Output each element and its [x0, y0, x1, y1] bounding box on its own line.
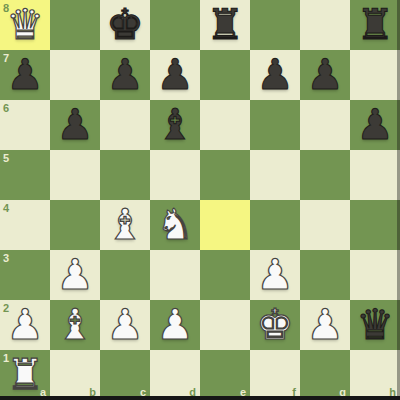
square-a4[interactable]: 4 — [0, 200, 50, 250]
square-h5[interactable] — [350, 150, 400, 200]
square-d5[interactable] — [150, 150, 200, 200]
square-f7[interactable]: ♟ — [250, 50, 300, 100]
square-h1[interactable]: h — [350, 350, 400, 400]
square-b2[interactable]: ♝ — [50, 300, 100, 350]
square-a8[interactable]: 8♛ — [0, 0, 50, 50]
square-e4[interactable] — [200, 200, 250, 250]
square-e8[interactable]: ♜ — [200, 0, 250, 50]
square-c2[interactable]: ♟ — [100, 300, 150, 350]
white-pawn-icon[interactable]: ♟ — [250, 250, 300, 300]
black-pawn-icon[interactable]: ♟ — [50, 100, 100, 150]
white-bishop-icon[interactable]: ♝ — [50, 300, 100, 350]
square-g8[interactable] — [300, 0, 350, 50]
square-h2[interactable]: ♛ — [350, 300, 400, 350]
square-d2[interactable]: ♟ — [150, 300, 200, 350]
square-c7[interactable]: ♟ — [100, 50, 150, 100]
square-d6[interactable]: ♝ — [150, 100, 200, 150]
square-e2[interactable] — [200, 300, 250, 350]
rank-label-1: 1 — [3, 352, 9, 364]
square-f1[interactable]: f — [250, 350, 300, 400]
square-f2[interactable]: ♚ — [250, 300, 300, 350]
black-rook-icon[interactable]: ♜ — [350, 0, 400, 50]
white-knight-icon[interactable]: ♞ — [150, 200, 200, 250]
square-d4[interactable]: ♞ — [150, 200, 200, 250]
square-h6[interactable]: ♟ — [350, 100, 400, 150]
square-b5[interactable] — [50, 150, 100, 200]
white-pawn-icon[interactable]: ♟ — [100, 300, 150, 350]
square-e3[interactable] — [200, 250, 250, 300]
square-e7[interactable] — [200, 50, 250, 100]
square-b7[interactable] — [50, 50, 100, 100]
black-pawn-icon[interactable]: ♟ — [250, 50, 300, 100]
square-c1[interactable]: c — [100, 350, 150, 400]
square-g1[interactable]: g — [300, 350, 350, 400]
square-c6[interactable] — [100, 100, 150, 150]
rank-label-8: 8 — [3, 2, 9, 14]
square-g6[interactable] — [300, 100, 350, 150]
black-pawn-icon[interactable]: ♟ — [100, 50, 150, 100]
chess-board-container: 8♛♚♜♜7♟♟♟♟♟6♟♝♟54♝♞3♟♟2♟♝♟♟♚♟♛1a♜bcdefgh — [0, 0, 400, 400]
square-b6[interactable]: ♟ — [50, 100, 100, 150]
bottom-edge-bar — [0, 396, 400, 400]
square-f5[interactable] — [250, 150, 300, 200]
square-d3[interactable] — [150, 250, 200, 300]
square-a5[interactable]: 5 — [0, 150, 50, 200]
white-king-icon[interactable]: ♚ — [250, 300, 300, 350]
rank-label-7: 7 — [3, 52, 9, 64]
square-h8[interactable]: ♜ — [350, 0, 400, 50]
square-e6[interactable] — [200, 100, 250, 150]
rank-label-3: 3 — [3, 252, 9, 264]
square-a2[interactable]: 2♟ — [0, 300, 50, 350]
square-f3[interactable]: ♟ — [250, 250, 300, 300]
square-c3[interactable] — [100, 250, 150, 300]
black-pawn-icon[interactable]: ♟ — [300, 50, 350, 100]
rank-label-2: 2 — [3, 302, 9, 314]
square-c4[interactable]: ♝ — [100, 200, 150, 250]
black-bishop-icon[interactable]: ♝ — [150, 100, 200, 150]
square-e5[interactable] — [200, 150, 250, 200]
square-c8[interactable]: ♚ — [100, 0, 150, 50]
square-b8[interactable] — [50, 0, 100, 50]
square-g4[interactable] — [300, 200, 350, 250]
square-d1[interactable]: d — [150, 350, 200, 400]
rank-label-5: 5 — [3, 152, 9, 164]
square-a6[interactable]: 6 — [0, 100, 50, 150]
black-pawn-icon[interactable]: ♟ — [150, 50, 200, 100]
square-f6[interactable] — [250, 100, 300, 150]
square-a3[interactable]: 3 — [0, 250, 50, 300]
square-b1[interactable]: b — [50, 350, 100, 400]
rank-label-4: 4 — [3, 202, 9, 214]
black-king-icon[interactable]: ♚ — [100, 0, 150, 50]
square-g7[interactable]: ♟ — [300, 50, 350, 100]
black-rook-icon[interactable]: ♜ — [200, 0, 250, 50]
square-h4[interactable] — [350, 200, 400, 250]
square-a7[interactable]: 7♟ — [0, 50, 50, 100]
square-e1[interactable]: e — [200, 350, 250, 400]
square-f8[interactable] — [250, 0, 300, 50]
square-d8[interactable] — [150, 0, 200, 50]
rank-label-6: 6 — [3, 102, 9, 114]
square-f4[interactable] — [250, 200, 300, 250]
black-pawn-icon[interactable]: ♟ — [350, 100, 400, 150]
square-h7[interactable] — [350, 50, 400, 100]
square-c5[interactable] — [100, 150, 150, 200]
square-g3[interactable] — [300, 250, 350, 300]
square-g5[interactable] — [300, 150, 350, 200]
white-pawn-icon[interactable]: ♟ — [50, 250, 100, 300]
chess-board: 8♛♚♜♜7♟♟♟♟♟6♟♝♟54♝♞3♟♟2♟♝♟♟♚♟♛1a♜bcdefgh — [0, 0, 400, 400]
square-g2[interactable]: ♟ — [300, 300, 350, 350]
square-b4[interactable] — [50, 200, 100, 250]
square-a1[interactable]: 1a♜ — [0, 350, 50, 400]
square-b3[interactable]: ♟ — [50, 250, 100, 300]
white-pawn-icon[interactable]: ♟ — [300, 300, 350, 350]
black-queen-icon[interactable]: ♛ — [350, 300, 400, 350]
white-pawn-icon[interactable]: ♟ — [150, 300, 200, 350]
square-d7[interactable]: ♟ — [150, 50, 200, 100]
square-h3[interactable] — [350, 250, 400, 300]
white-bishop-icon[interactable]: ♝ — [100, 200, 150, 250]
